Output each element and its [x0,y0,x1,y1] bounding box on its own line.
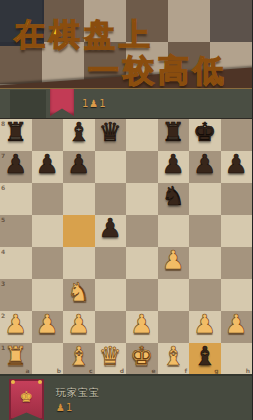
piece-white-pawn[interactable]: ♟ [0,308,32,340]
piece-white-pawn[interactable]: ♟ [63,308,95,340]
square-e6[interactable] [126,183,158,215]
square-h8[interactable] [221,119,253,151]
square-h4[interactable] [221,247,253,279]
square-b3[interactable] [32,279,64,311]
rank-label-5: 5 [1,216,5,223]
bookmark-ribbon-icon[interactable] [50,89,74,116]
square-d3[interactable] [95,279,127,311]
square-b4[interactable] [32,247,64,279]
piece-white-pawn[interactable]: ♟ [32,308,64,340]
square-g5[interactable] [189,215,221,247]
square-c2[interactable]: ♟ [63,311,95,343]
square-d7[interactable] [95,151,127,183]
square-g8[interactable]: ♚ [189,119,221,151]
crown-icon: ♚ [20,388,33,406]
square-d4[interactable] [95,247,127,279]
square-a6[interactable]: 6 [0,183,32,215]
piece-black-bishop[interactable]: ♝ [63,116,95,148]
square-b7[interactable]: ♟ [32,151,64,183]
piece-black-pawn[interactable]: ♟ [32,148,64,180]
square-a2[interactable]: 2♟ [0,311,32,343]
piece-white-rook[interactable]: ♜ [0,340,32,372]
square-e8[interactable] [126,119,158,151]
piece-black-pawn[interactable]: ♟ [63,148,95,180]
square-g4[interactable] [189,247,221,279]
square-e4[interactable] [126,247,158,279]
opponent-material-indicator: 1♟1 [82,98,107,110]
square-h3[interactable] [221,279,253,311]
chess-board[interactable]: 8♜♝♛♜♚7♟♟♟♟♟♟6♞5♟4♟3♞2♟♟♟♟♟♟1a♜bc♝d♛e♚f♝… [0,118,252,374]
square-b5[interactable] [32,215,64,247]
opponent-bar: 1♟1 [0,88,252,118]
square-a1[interactable]: 1a♜ [0,343,32,375]
player-bar: ♚ 玩家宝宝 ♟1 [0,374,252,420]
square-b1[interactable]: b [32,343,64,375]
square-g7[interactable]: ♟ [189,151,221,183]
square-d8[interactable]: ♛ [95,119,127,151]
piece-black-king[interactable]: ♚ [189,116,221,148]
square-c3[interactable]: ♞ [63,279,95,311]
banner-stud-icon [11,380,15,384]
title-line-2: 一较高低 [88,50,228,88]
piece-black-bishop[interactable]: ♝ [189,340,221,372]
square-g3[interactable] [189,279,221,311]
square-d2[interactable] [95,311,127,343]
player-name: 玩家宝宝 [56,386,100,400]
square-a8[interactable]: 8♜ [0,119,32,151]
square-b6[interactable] [32,183,64,215]
square-f8[interactable]: ♜ [158,119,190,151]
square-h1[interactable]: h [221,343,253,375]
square-e2[interactable]: ♟ [126,311,158,343]
piece-white-knight[interactable]: ♞ [63,276,95,308]
square-b2[interactable]: ♟ [32,311,64,343]
square-d5[interactable]: ♟ [95,215,127,247]
square-f2[interactable] [158,311,190,343]
square-a7[interactable]: 7♟ [0,151,32,183]
square-e1[interactable]: e♚ [126,343,158,375]
banner-stud-icon [38,380,42,384]
square-c4[interactable] [63,247,95,279]
square-e3[interactable] [126,279,158,311]
square-g2[interactable]: ♟ [189,311,221,343]
opponent-avatar-slot [10,90,46,118]
file-label-b: b [57,367,61,374]
piece-white-king[interactable]: ♚ [126,340,158,372]
square-c5[interactable] [63,215,95,247]
piece-black-rook[interactable]: ♜ [0,116,32,148]
app-screen: 在棋盘上 一较高低 1♟1 8♜♝♛♜♚7♟♟♟♟♟♟6♞5♟4♟3♞2♟♟♟♟… [0,0,252,420]
player-banner-icon[interactable]: ♚ [9,379,44,420]
piece-black-pawn[interactable]: ♟ [95,212,127,244]
piece-white-pawn[interactable]: ♟ [126,308,158,340]
piece-white-queen[interactable]: ♛ [95,340,127,372]
square-e5[interactable] [126,215,158,247]
backdrop-grey-square [210,0,252,42]
square-a5[interactable]: 5 [0,215,32,247]
piece-black-pawn[interactable]: ♟ [158,148,190,180]
square-f6[interactable]: ♞ [158,183,190,215]
square-h7[interactable]: ♟ [221,151,253,183]
square-f7[interactable]: ♟ [158,151,190,183]
rank-label-6: 6 [1,184,5,191]
square-h6[interactable] [221,183,253,215]
square-c1[interactable]: c♝ [63,343,95,375]
square-c7[interactable]: ♟ [63,151,95,183]
piece-black-rook[interactable]: ♜ [158,116,190,148]
piece-white-pawn[interactable]: ♟ [189,308,221,340]
square-a4[interactable]: 4 [0,247,32,279]
piece-white-bishop[interactable]: ♝ [158,340,190,372]
square-f5[interactable] [158,215,190,247]
square-b8[interactable] [32,119,64,151]
player-material-indicator: ♟1 [56,402,73,413]
rank-label-4: 4 [1,248,5,255]
rank-label-3: 3 [1,280,5,287]
piece-white-pawn[interactable]: ♟ [221,308,253,340]
file-label-h: h [246,367,250,374]
square-h5[interactable] [221,215,253,247]
square-g1[interactable]: g♝ [189,343,221,375]
square-f1[interactable]: f♝ [158,343,190,375]
piece-black-pawn[interactable]: ♟ [0,148,32,180]
square-f3[interactable] [158,279,190,311]
square-d1[interactable]: d♛ [95,343,127,375]
square-f4[interactable]: ♟ [158,247,190,279]
piece-black-knight[interactable]: ♞ [158,180,190,212]
piece-white-pawn[interactable]: ♟ [158,244,190,276]
square-d6[interactable] [95,183,127,215]
square-c6[interactable] [63,183,95,215]
square-e7[interactable] [126,151,158,183]
piece-black-pawn[interactable]: ♟ [221,148,253,180]
piece-black-pawn[interactable]: ♟ [189,148,221,180]
title-banner: 在棋盘上 一较高低 [0,0,252,88]
square-g6[interactable] [189,183,221,215]
square-c8[interactable]: ♝ [63,119,95,151]
square-h2[interactable]: ♟ [221,311,253,343]
square-a3[interactable]: 3 [0,279,32,311]
piece-black-queen[interactable]: ♛ [95,116,127,148]
piece-white-bishop[interactable]: ♝ [63,340,95,372]
